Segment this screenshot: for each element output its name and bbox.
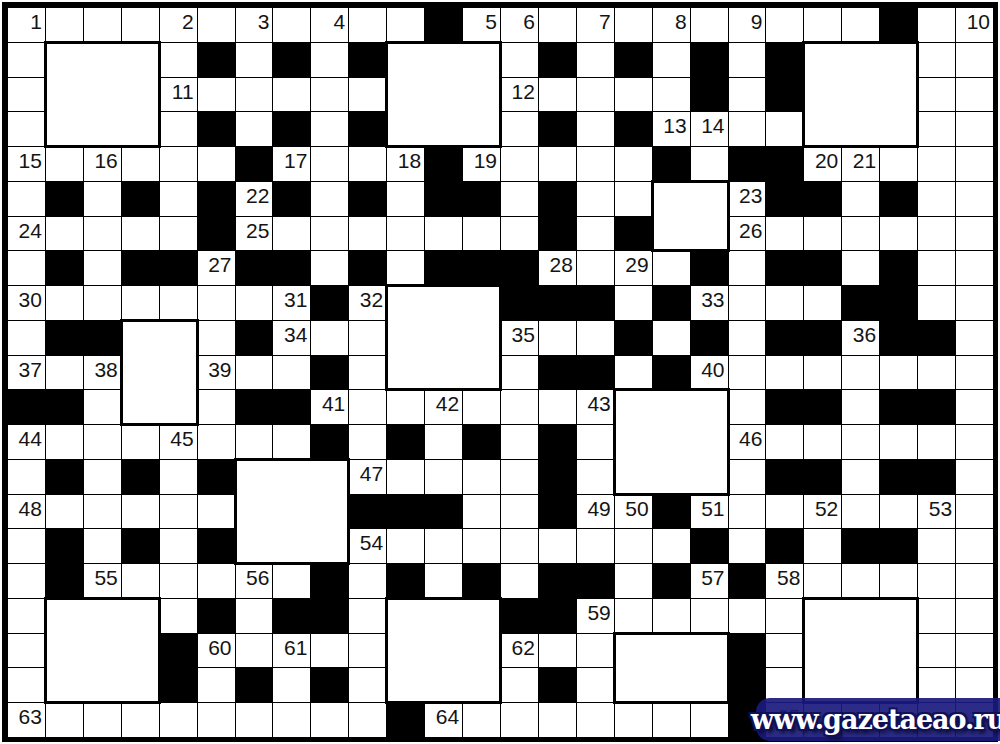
grid-cell[interactable] <box>538 146 577 182</box>
grid-cell[interactable] <box>500 355 539 391</box>
grid-cell[interactable] <box>576 667 615 703</box>
grid-cell[interactable] <box>159 563 198 599</box>
grid-cell[interactable] <box>879 494 918 530</box>
grid-cell[interactable] <box>197 494 236 530</box>
grid-cell[interactable]: 57 <box>690 563 729 599</box>
grid-cell[interactable] <box>159 598 198 634</box>
grid-cell[interactable]: 5 <box>462 7 501 43</box>
grid-cell[interactable] <box>500 528 539 564</box>
grid-cell[interactable] <box>500 563 539 599</box>
grid-cell[interactable] <box>803 528 842 564</box>
grid-cell[interactable] <box>690 598 729 634</box>
grid-cell[interactable] <box>424 216 463 252</box>
grid-cell[interactable] <box>576 42 615 78</box>
grid-cell[interactable] <box>83 528 122 564</box>
grid-cell[interactable] <box>235 702 274 738</box>
grid-cell[interactable] <box>235 424 274 460</box>
grid-cell[interactable] <box>728 528 767 564</box>
grid-cell[interactable] <box>765 598 804 634</box>
grid-cell[interactable] <box>235 42 274 78</box>
grid-cell[interactable] <box>538 7 577 43</box>
grid-cell[interactable]: 64 <box>424 702 463 738</box>
grid-cell[interactable] <box>272 355 311 391</box>
grid-cell[interactable] <box>765 285 804 321</box>
grid-cell[interactable] <box>955 598 994 634</box>
grid-cell[interactable]: 43 <box>576 389 615 425</box>
grid-cell[interactable] <box>500 702 539 738</box>
grid-cell[interactable] <box>500 389 539 425</box>
grid-cell[interactable] <box>879 216 918 252</box>
grid-cell[interactable]: 17 <box>272 146 311 182</box>
grid-cell[interactable] <box>955 563 994 599</box>
grid-cell[interactable] <box>348 7 387 43</box>
grid-cell[interactable] <box>310 181 349 217</box>
grid-cell[interactable] <box>235 285 274 321</box>
grid-cell[interactable] <box>841 250 880 286</box>
grid-cell[interactable] <box>576 424 615 460</box>
grid-cell[interactable] <box>83 494 122 530</box>
grid-cell[interactable] <box>159 181 198 217</box>
grid-cell[interactable] <box>917 216 956 252</box>
grid-cell[interactable] <box>955 216 994 252</box>
grid-cell[interactable] <box>728 111 767 147</box>
grid-cell[interactable]: 60 <box>197 633 236 669</box>
grid-cell[interactable] <box>197 320 236 356</box>
grid-cell[interactable] <box>917 285 956 321</box>
grid-cell[interactable] <box>7 633 46 669</box>
grid-cell[interactable] <box>652 320 691 356</box>
grid-cell[interactable]: 29 <box>614 250 653 286</box>
grid-cell[interactable] <box>690 702 729 738</box>
grid-cell[interactable] <box>386 528 425 564</box>
grid-cell[interactable] <box>728 459 767 495</box>
grid-cell[interactable] <box>955 77 994 113</box>
grid-cell[interactable] <box>538 702 577 738</box>
grid-cell[interactable]: 63 <box>7 702 46 738</box>
grid-cell[interactable] <box>462 459 501 495</box>
grid-cell[interactable] <box>841 181 880 217</box>
grid-cell[interactable] <box>576 250 615 286</box>
grid-cell[interactable] <box>45 146 84 182</box>
grid-cell[interactable]: 52 <box>803 494 842 530</box>
grid-cell[interactable] <box>652 598 691 634</box>
grid-cell[interactable] <box>197 563 236 599</box>
grid-cell[interactable] <box>424 459 463 495</box>
grid-cell[interactable] <box>500 424 539 460</box>
grid-cell[interactable] <box>7 563 46 599</box>
grid-cell[interactable] <box>83 389 122 425</box>
grid-cell[interactable]: 1 <box>7 7 46 43</box>
grid-cell[interactable] <box>841 424 880 460</box>
grid-cell[interactable] <box>83 181 122 217</box>
grid-cell[interactable] <box>272 702 311 738</box>
grid-cell[interactable] <box>121 7 160 43</box>
grid-cell[interactable]: 15 <box>7 146 46 182</box>
grid-cell[interactable] <box>576 459 615 495</box>
grid-cell[interactable]: 45 <box>159 424 198 460</box>
grid-cell[interactable] <box>955 111 994 147</box>
grid-cell[interactable] <box>7 598 46 634</box>
grid-cell[interactable] <box>310 216 349 252</box>
grid-cell[interactable] <box>765 216 804 252</box>
grid-cell[interactable] <box>348 77 387 113</box>
grid-cell[interactable] <box>500 111 539 147</box>
grid-cell[interactable]: 19 <box>462 146 501 182</box>
grid-cell[interactable]: 38 <box>83 355 122 391</box>
grid-cell[interactable] <box>310 146 349 182</box>
grid-cell[interactable]: 62 <box>500 633 539 669</box>
grid-cell[interactable]: 22 <box>235 181 274 217</box>
grid-cell[interactable] <box>348 146 387 182</box>
grid-cell[interactable] <box>348 702 387 738</box>
grid-cell[interactable] <box>159 216 198 252</box>
grid-cell[interactable] <box>235 111 274 147</box>
grid-cell[interactable]: 20 <box>803 146 842 182</box>
grid-cell[interactable] <box>7 77 46 113</box>
grid-cell[interactable] <box>159 459 198 495</box>
grid-cell[interactable] <box>803 216 842 252</box>
grid-cell[interactable]: 25 <box>235 216 274 252</box>
grid-cell[interactable] <box>652 42 691 78</box>
grid-cell[interactable] <box>83 424 122 460</box>
grid-cell[interactable] <box>348 633 387 669</box>
grid-cell[interactable]: 61 <box>272 633 311 669</box>
grid-cell[interactable] <box>45 216 84 252</box>
grid-cell[interactable] <box>576 216 615 252</box>
grid-cell[interactable]: 10 <box>955 7 994 43</box>
grid-cell[interactable] <box>348 598 387 634</box>
grid-cell[interactable] <box>348 389 387 425</box>
grid-cell[interactable] <box>121 494 160 530</box>
grid-cell[interactable]: 53 <box>917 494 956 530</box>
grid-cell[interactable] <box>728 598 767 634</box>
grid-cell[interactable] <box>159 285 198 321</box>
grid-cell[interactable] <box>538 389 577 425</box>
grid-cell[interactable] <box>538 77 577 113</box>
grid-cell[interactable]: 41 <box>310 389 349 425</box>
grid-cell[interactable] <box>841 563 880 599</box>
grid-cell[interactable] <box>955 42 994 78</box>
grid-cell[interactable] <box>538 528 577 564</box>
grid-cell[interactable] <box>348 216 387 252</box>
grid-cell[interactable] <box>803 563 842 599</box>
grid-cell[interactable] <box>538 633 577 669</box>
grid-cell[interactable] <box>310 77 349 113</box>
grid-cell[interactable] <box>462 702 501 738</box>
grid-cell[interactable] <box>424 424 463 460</box>
grid-cell[interactable] <box>83 216 122 252</box>
grid-cell[interactable] <box>348 355 387 391</box>
grid-cell[interactable] <box>652 528 691 564</box>
grid-cell[interactable] <box>765 7 804 43</box>
grid-cell[interactable] <box>7 528 46 564</box>
grid-cell[interactable] <box>955 494 994 530</box>
grid-cell[interactable] <box>728 320 767 356</box>
grid-cell[interactable] <box>614 702 653 738</box>
grid-cell[interactable] <box>841 216 880 252</box>
grid-cell[interactable] <box>272 216 311 252</box>
grid-cell[interactable] <box>879 424 918 460</box>
grid-cell[interactable] <box>235 633 274 669</box>
grid-cell[interactable]: 33 <box>690 285 729 321</box>
grid-cell[interactable] <box>917 424 956 460</box>
grid-cell[interactable] <box>728 355 767 391</box>
grid-cell[interactable] <box>614 528 653 564</box>
grid-cell[interactable] <box>576 111 615 147</box>
grid-cell[interactable] <box>310 111 349 147</box>
grid-cell[interactable] <box>728 250 767 286</box>
grid-cell[interactable]: 51 <box>690 494 729 530</box>
grid-cell[interactable] <box>728 285 767 321</box>
grid-cell[interactable]: 49 <box>576 494 615 530</box>
grid-cell[interactable] <box>121 146 160 182</box>
grid-cell[interactable] <box>424 528 463 564</box>
grid-cell[interactable] <box>462 494 501 530</box>
grid-cell[interactable]: 9 <box>728 7 767 43</box>
grid-cell[interactable] <box>386 216 425 252</box>
grid-cell[interactable] <box>576 633 615 669</box>
grid-cell[interactable] <box>917 528 956 564</box>
grid-cell[interactable] <box>728 77 767 113</box>
grid-cell[interactable] <box>690 7 729 43</box>
grid-cell[interactable] <box>235 598 274 634</box>
grid-cell[interactable] <box>917 355 956 391</box>
grid-cell[interactable]: 24 <box>7 216 46 252</box>
grid-cell[interactable] <box>917 181 956 217</box>
grid-cell[interactable] <box>500 181 539 217</box>
grid-cell[interactable]: 4 <box>310 7 349 43</box>
grid-cell[interactable] <box>576 702 615 738</box>
grid-cell[interactable] <box>879 146 918 182</box>
grid-cell[interactable] <box>917 563 956 599</box>
grid-cell[interactable] <box>614 563 653 599</box>
grid-cell[interactable] <box>955 459 994 495</box>
grid-cell[interactable]: 6 <box>500 7 539 43</box>
grid-cell[interactable]: 59 <box>576 598 615 634</box>
grid-cell[interactable]: 23 <box>728 181 767 217</box>
grid-cell[interactable] <box>272 424 311 460</box>
grid-cell[interactable] <box>917 598 956 634</box>
grid-cell[interactable] <box>45 424 84 460</box>
grid-cell[interactable] <box>728 389 767 425</box>
grid-cell[interactable]: 46 <box>728 424 767 460</box>
grid-cell[interactable]: 26 <box>728 216 767 252</box>
grid-cell[interactable] <box>917 111 956 147</box>
grid-cell[interactable] <box>310 633 349 669</box>
grid-cell[interactable] <box>765 633 804 669</box>
grid-cell[interactable] <box>728 494 767 530</box>
grid-cell[interactable] <box>235 77 274 113</box>
grid-cell[interactable]: 56 <box>235 563 274 599</box>
grid-cell[interactable]: 27 <box>197 250 236 286</box>
grid-cell[interactable]: 47 <box>348 459 387 495</box>
grid-cell[interactable] <box>310 320 349 356</box>
grid-cell[interactable]: 50 <box>614 494 653 530</box>
grid-cell[interactable] <box>955 528 994 564</box>
grid-cell[interactable] <box>45 702 84 738</box>
grid-cell[interactable]: 21 <box>841 146 880 182</box>
grid-cell[interactable]: 55 <box>83 563 122 599</box>
grid-cell[interactable] <box>348 424 387 460</box>
grid-cell[interactable]: 13 <box>652 111 691 147</box>
grid-cell[interactable] <box>310 702 349 738</box>
grid-cell[interactable] <box>272 667 311 703</box>
grid-cell[interactable] <box>197 146 236 182</box>
grid-cell[interactable] <box>955 181 994 217</box>
grid-cell[interactable] <box>841 355 880 391</box>
grid-cell[interactable] <box>159 702 198 738</box>
grid-cell[interactable] <box>879 355 918 391</box>
grid-cell[interactable]: 3 <box>235 7 274 43</box>
grid-cell[interactable] <box>652 77 691 113</box>
grid-cell[interactable] <box>386 250 425 286</box>
grid-cell[interactable]: 40 <box>690 355 729 391</box>
grid-cell[interactable] <box>45 494 84 530</box>
grid-cell[interactable]: 7 <box>576 7 615 43</box>
grid-cell[interactable] <box>841 494 880 530</box>
grid-cell[interactable] <box>235 355 274 391</box>
grid-cell[interactable]: 14 <box>690 111 729 147</box>
grid-cell[interactable] <box>500 42 539 78</box>
grid-cell[interactable] <box>386 459 425 495</box>
grid-cell[interactable] <box>841 7 880 43</box>
grid-cell[interactable] <box>614 77 653 113</box>
grid-cell[interactable] <box>7 111 46 147</box>
grid-cell[interactable] <box>576 528 615 564</box>
grid-cell[interactable] <box>159 42 198 78</box>
grid-cell[interactable] <box>7 42 46 78</box>
grid-cell[interactable] <box>45 7 84 43</box>
grid-cell[interactable] <box>462 528 501 564</box>
grid-cell[interactable] <box>7 320 46 356</box>
grid-cell[interactable] <box>614 146 653 182</box>
grid-cell[interactable] <box>690 146 729 182</box>
grid-cell[interactable] <box>614 355 653 391</box>
grid-cell[interactable] <box>7 667 46 703</box>
grid-cell[interactable] <box>159 494 198 530</box>
grid-cell[interactable] <box>7 181 46 217</box>
grid-cell[interactable] <box>955 250 994 286</box>
grid-cell[interactable]: 16 <box>83 146 122 182</box>
grid-cell[interactable]: 30 <box>7 285 46 321</box>
grid-cell[interactable]: 32 <box>348 285 387 321</box>
grid-cell[interactable] <box>121 216 160 252</box>
grid-cell[interactable] <box>500 459 539 495</box>
grid-cell[interactable] <box>500 216 539 252</box>
grid-cell[interactable] <box>45 285 84 321</box>
grid-cell[interactable] <box>576 320 615 356</box>
grid-cell[interactable] <box>197 389 236 425</box>
grid-cell[interactable] <box>803 424 842 460</box>
grid-cell[interactable] <box>917 146 956 182</box>
grid-cell[interactable] <box>576 146 615 182</box>
grid-cell[interactable] <box>917 250 956 286</box>
grid-cell[interactable] <box>614 285 653 321</box>
grid-cell[interactable]: 44 <box>7 424 46 460</box>
grid-cell[interactable] <box>424 563 463 599</box>
grid-cell[interactable] <box>803 285 842 321</box>
grid-cell[interactable] <box>121 285 160 321</box>
grid-cell[interactable] <box>7 459 46 495</box>
grid-cell[interactable]: 39 <box>197 355 236 391</box>
grid-cell[interactable] <box>83 702 122 738</box>
grid-cell[interactable] <box>272 7 311 43</box>
grid-cell[interactable] <box>917 77 956 113</box>
grid-cell[interactable] <box>917 7 956 43</box>
grid-cell[interactable] <box>576 77 615 113</box>
grid-cell[interactable] <box>386 181 425 217</box>
grid-cell[interactable] <box>955 285 994 321</box>
grid-cell[interactable] <box>197 702 236 738</box>
grid-cell[interactable] <box>917 42 956 78</box>
grid-cell[interactable] <box>652 702 691 738</box>
grid-cell[interactable] <box>955 424 994 460</box>
grid-cell[interactable] <box>197 424 236 460</box>
grid-cell[interactable]: 2 <box>159 7 198 43</box>
grid-cell[interactable] <box>197 667 236 703</box>
grid-cell[interactable]: 8 <box>652 7 691 43</box>
grid-cell[interactable] <box>7 250 46 286</box>
grid-cell[interactable] <box>576 181 615 217</box>
grid-cell[interactable] <box>348 320 387 356</box>
grid-cell[interactable] <box>765 494 804 530</box>
grid-cell[interactable] <box>83 250 122 286</box>
grid-cell[interactable] <box>955 146 994 182</box>
grid-cell[interactable] <box>462 216 501 252</box>
grid-cell[interactable] <box>765 111 804 147</box>
grid-cell[interactable] <box>159 528 198 564</box>
grid-cell[interactable] <box>197 7 236 43</box>
grid-cell[interactable]: 12 <box>500 77 539 113</box>
grid-cell[interactable] <box>197 285 236 321</box>
grid-cell[interactable] <box>917 633 956 669</box>
grid-cell[interactable]: 37 <box>7 355 46 391</box>
grid-cell[interactable] <box>879 563 918 599</box>
grid-cell[interactable] <box>310 42 349 78</box>
grid-cell[interactable] <box>83 7 122 43</box>
grid-cell[interactable]: 36 <box>841 320 880 356</box>
grid-cell[interactable] <box>765 355 804 391</box>
grid-cell[interactable] <box>955 633 994 669</box>
grid-cell[interactable]: 28 <box>538 250 577 286</box>
grid-cell[interactable] <box>272 563 311 599</box>
grid-cell[interactable]: 31 <box>272 285 311 321</box>
grid-cell[interactable] <box>197 77 236 113</box>
grid-cell[interactable] <box>348 667 387 703</box>
grid-cell[interactable]: 35 <box>500 320 539 356</box>
grid-cell[interactable]: 54 <box>348 528 387 564</box>
grid-cell[interactable] <box>765 424 804 460</box>
grid-cell[interactable]: 11 <box>159 77 198 113</box>
grid-cell[interactable] <box>803 355 842 391</box>
grid-cell[interactable]: 58 <box>765 563 804 599</box>
grid-cell[interactable] <box>348 563 387 599</box>
grid-cell[interactable] <box>614 598 653 634</box>
grid-cell[interactable]: 34 <box>272 320 311 356</box>
grid-cell[interactable] <box>83 285 122 321</box>
grid-cell[interactable] <box>310 250 349 286</box>
grid-cell[interactable] <box>728 42 767 78</box>
grid-cell[interactable] <box>955 389 994 425</box>
grid-cell[interactable] <box>386 389 425 425</box>
grid-cell[interactable] <box>45 355 84 391</box>
grid-cell[interactable] <box>841 389 880 425</box>
grid-cell[interactable]: 42 <box>424 389 463 425</box>
grid-cell[interactable] <box>121 702 160 738</box>
grid-cell[interactable] <box>614 7 653 43</box>
grid-cell[interactable] <box>386 7 425 43</box>
grid-cell[interactable] <box>652 250 691 286</box>
